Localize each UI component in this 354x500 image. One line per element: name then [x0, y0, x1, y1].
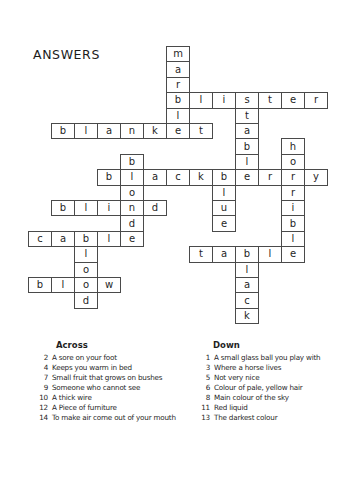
grid-cell-r15c9: a — [235, 277, 259, 293]
clue-number: 3 — [192, 363, 210, 373]
down-clue-5: 5Not very nice — [192, 373, 352, 383]
grid-cell-r13c10: l — [258, 246, 282, 262]
across-clue-12: 12A Piece of furniture — [30, 403, 190, 413]
clue-text: Colour of pale, yellow hair — [214, 383, 303, 393]
clue-text: To make air come out of your mouth — [52, 413, 176, 423]
grid-cell-r5c4: n — [120, 123, 144, 139]
grid-cell-r13c7: t — [189, 246, 213, 262]
grid-cell-r10c1: b — [51, 200, 75, 216]
clue-number: 2 — [30, 353, 48, 363]
grid-cell-r14c2: o — [74, 262, 98, 278]
grid-cell-r3c9: s — [235, 92, 259, 108]
down-clue-6: 6Colour of pale, yellow hair — [192, 383, 352, 393]
clue-number: 6 — [192, 383, 210, 393]
grid-cell-r3c8: i — [212, 92, 236, 108]
clue-text: Small fruit that grows on bushes — [52, 373, 162, 383]
down-clues-section: Down 1A small glass ball you play with3W… — [192, 341, 352, 423]
grid-cell-r4c9: t — [235, 108, 259, 124]
clue-text: The darkest colour — [214, 413, 277, 423]
grid-cell-r15c3: w — [97, 277, 121, 293]
down-heading: Down — [213, 341, 352, 350]
grid-cell-r13c8: a — [212, 246, 236, 262]
clue-text: Main colour of the sky — [214, 393, 289, 403]
grid-cell-r12c1: a — [51, 231, 75, 247]
down-clue-1: 1A small glass ball you play with — [192, 353, 352, 363]
grid-cell-r8c6: c — [166, 169, 190, 185]
clue-text: Where a horse lives — [214, 363, 281, 373]
down-clues-list: 1A small glass ball you play with3Where … — [192, 353, 352, 423]
grid-cell-r5c5: k — [143, 123, 167, 139]
grid-cell-r7c4: b — [120, 154, 144, 170]
grid-cell-r15c1: l — [51, 277, 75, 293]
across-clue-7: 7Small fruit that grows on bushes — [30, 373, 190, 383]
grid-cell-r12c0: c — [28, 231, 52, 247]
clue-number: 11 — [192, 403, 210, 413]
clue-text: A Piece of furniture — [52, 403, 117, 413]
across-heading: Across — [56, 341, 190, 350]
clue-text: Not very nice — [214, 373, 259, 383]
across-clue-14: 14To make air come out of your mouth — [30, 413, 190, 423]
clue-text: A small glass ball you play with — [214, 353, 320, 363]
grid-cell-r8c10: r — [258, 169, 282, 185]
grid-cell-r6c9: b — [235, 138, 259, 154]
clue-number: 12 — [30, 403, 48, 413]
grid-cell-r11c4: d — [120, 215, 144, 231]
across-clue-10: 10A thick wire — [30, 393, 190, 403]
clue-text: A sore on your foot — [52, 353, 117, 363]
grid-cell-r10c4: n — [120, 200, 144, 216]
grid-cell-r10c2: l — [74, 200, 98, 216]
clue-text: Keeps you warm in bed — [52, 363, 132, 373]
grid-cell-r3c11: e — [281, 92, 305, 108]
grid-cell-r8c8: b — [212, 169, 236, 185]
down-clue-11: 11Red liquid — [192, 403, 352, 413]
clue-number: 4 — [30, 363, 48, 373]
across-clue-4: 4Keeps you warm in bed — [30, 363, 190, 373]
grid-cell-r2c6: r — [166, 77, 190, 93]
grid-cell-r8c4: l — [120, 169, 144, 185]
answers-sheet: ANSWERS marblisterltblanketabhbloblackbe… — [0, 0, 354, 500]
grid-cell-r8c12: y — [304, 169, 328, 185]
grid-cell-r17c9: k — [235, 308, 259, 324]
grid-cell-r12c2: b — [74, 231, 98, 247]
down-clue-8: 8Main colour of the sky — [192, 393, 352, 403]
grid-cell-r3c12: r — [304, 92, 328, 108]
grid-cell-r8c11: r — [281, 169, 305, 185]
grid-cell-r5c6: e — [166, 123, 190, 139]
grid-cell-r3c10: t — [258, 92, 282, 108]
clue-number: 1 — [192, 353, 210, 363]
grid-cell-r8c7: k — [189, 169, 213, 185]
clue-number: 7 — [30, 373, 48, 383]
grid-cell-r11c8: e — [212, 215, 236, 231]
grid-cell-r12c3: l — [97, 231, 121, 247]
grid-cell-r8c5: a — [143, 169, 167, 185]
grid-cell-r8c9: e — [235, 169, 259, 185]
grid-cell-r8c3: b — [97, 169, 121, 185]
grid-cell-r13c2: l — [74, 246, 98, 262]
grid-cell-r13c9: b — [235, 246, 259, 262]
crossword-grid: marblisterltblanketabhbloblackberryolrbl… — [28, 46, 328, 325]
grid-cell-r7c11: o — [281, 154, 305, 170]
grid-cell-r3c6: b — [166, 92, 190, 108]
grid-cell-r16c2: d — [74, 292, 98, 308]
grid-cell-r11c11: b — [281, 215, 305, 231]
grid-cell-r5c9: a — [235, 123, 259, 139]
across-clue-9: 9Someone who cannot see — [30, 383, 190, 393]
grid-cell-r9c4: o — [120, 185, 144, 201]
clue-number: 14 — [30, 413, 48, 423]
grid-cell-r15c0: b — [28, 277, 52, 293]
grid-cell-r10c5: d — [143, 200, 167, 216]
grid-cell-r1c6: a — [166, 61, 190, 77]
grid-cell-r4c6: l — [166, 108, 190, 124]
clue-text: Someone who cannot see — [52, 383, 140, 393]
down-clue-3: 3Where a horse lives — [192, 363, 352, 373]
grid-cell-r13c11: e — [281, 246, 305, 262]
clue-number: 13 — [192, 413, 210, 423]
grid-cell-r14c9: l — [235, 262, 259, 278]
clue-number: 8 — [192, 393, 210, 403]
clue-text: Red liquid — [214, 403, 248, 413]
grid-cell-r5c7: t — [189, 123, 213, 139]
grid-cell-r16c9: c — [235, 292, 259, 308]
grid-cell-r9c11: r — [281, 185, 305, 201]
grid-cell-r5c3: a — [97, 123, 121, 139]
grid-cell-r15c2: o — [74, 277, 98, 293]
grid-cell-r12c4: e — [120, 231, 144, 247]
grid-cell-r5c2: l — [74, 123, 98, 139]
grid-cell-r6c11: h — [281, 138, 305, 154]
grid-cell-r5c1: b — [51, 123, 75, 139]
clue-number: 9 — [30, 383, 48, 393]
grid-cell-r10c3: i — [97, 200, 121, 216]
grid-cell-r7c9: l — [235, 154, 259, 170]
across-clues-section: Across 2A sore on your foot4Keeps you wa… — [30, 341, 190, 423]
down-clue-13: 13The darkest colour — [192, 413, 352, 423]
clue-number: 10 — [30, 393, 48, 403]
across-clue-2: 2A sore on your foot — [30, 353, 190, 363]
grid-cell-r10c8: u — [212, 200, 236, 216]
grid-cell-r0c6: m — [166, 46, 190, 62]
across-clues-list: 2A sore on your foot4Keeps you warm in b… — [30, 353, 190, 423]
clue-text: A thick wire — [52, 393, 92, 403]
grid-cell-r10c11: i — [281, 200, 305, 216]
grid-cell-r9c8: l — [212, 185, 236, 201]
clue-number: 5 — [192, 373, 210, 383]
grid-cell-r3c7: l — [189, 92, 213, 108]
grid-cell-r12c11: l — [281, 231, 305, 247]
